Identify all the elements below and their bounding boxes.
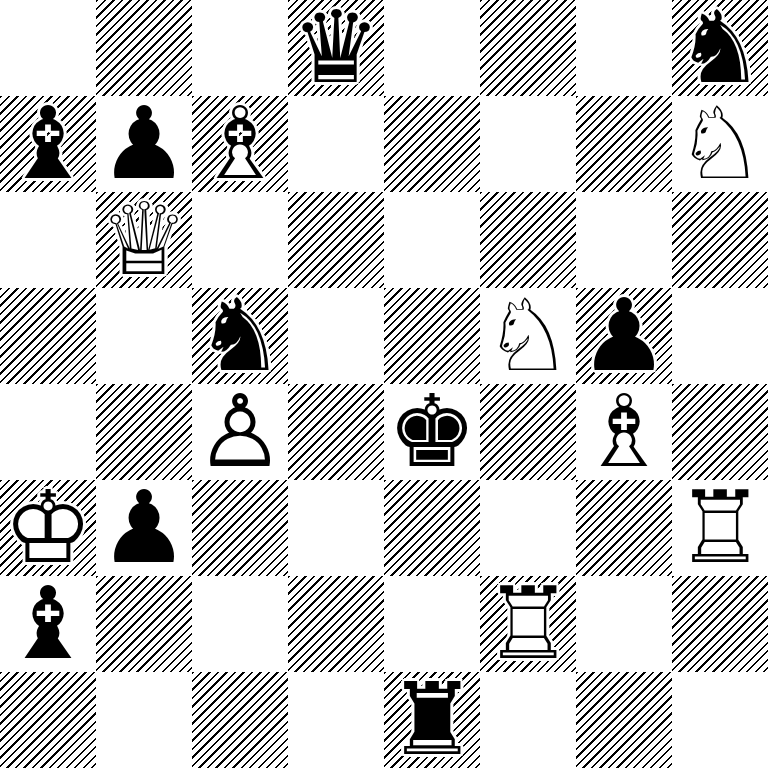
square-a2[interactable]: ♝♝ bbox=[0, 576, 96, 672]
square-d5[interactable] bbox=[288, 288, 384, 384]
square-h7[interactable]: ♞♘ bbox=[672, 96, 768, 192]
square-e6[interactable] bbox=[384, 192, 480, 288]
square-d4[interactable] bbox=[288, 384, 384, 480]
square-f7[interactable] bbox=[480, 96, 576, 192]
square-a3[interactable]: ♚♔ bbox=[0, 480, 96, 576]
square-g8[interactable] bbox=[576, 0, 672, 96]
square-b2[interactable] bbox=[96, 576, 192, 672]
piece-glyph: ♗ bbox=[192, 96, 288, 192]
square-g4[interactable]: ♝♗ bbox=[576, 384, 672, 480]
square-h6[interactable] bbox=[672, 192, 768, 288]
white-rook-icon: ♜♖ bbox=[672, 480, 768, 576]
square-f6[interactable] bbox=[480, 192, 576, 288]
square-c8[interactable] bbox=[192, 0, 288, 96]
piece-glyph: ♝ bbox=[0, 96, 96, 192]
white-rook-icon: ♜♖ bbox=[480, 576, 576, 672]
square-f8[interactable] bbox=[480, 0, 576, 96]
white-knight-icon: ♞♘ bbox=[672, 96, 768, 192]
piece-glyph: ♔ bbox=[0, 480, 96, 576]
square-g2[interactable] bbox=[576, 576, 672, 672]
white-king-icon: ♚♔ bbox=[0, 480, 96, 576]
square-c3[interactable] bbox=[192, 480, 288, 576]
square-b8[interactable] bbox=[96, 0, 192, 96]
piece-glyph: ♘ bbox=[672, 96, 768, 192]
square-d8[interactable]: ♛♛ bbox=[288, 0, 384, 96]
piece-glyph: ♗ bbox=[576, 384, 672, 480]
piece-glyph: ♙ bbox=[192, 384, 288, 480]
square-f2[interactable]: ♜♖ bbox=[480, 576, 576, 672]
square-f3[interactable] bbox=[480, 480, 576, 576]
square-c7[interactable]: ♝♗ bbox=[192, 96, 288, 192]
square-a7[interactable]: ♝♝ bbox=[0, 96, 96, 192]
black-queen-icon: ♛♛ bbox=[288, 0, 384, 96]
square-d7[interactable] bbox=[288, 96, 384, 192]
square-b4[interactable] bbox=[96, 384, 192, 480]
black-pawn-icon: ♟♟ bbox=[576, 288, 672, 384]
square-b6[interactable]: ♛♕ bbox=[96, 192, 192, 288]
black-pawn-icon: ♟♟ bbox=[96, 480, 192, 576]
square-c2[interactable] bbox=[192, 576, 288, 672]
square-f1[interactable] bbox=[480, 672, 576, 768]
square-e8[interactable] bbox=[384, 0, 480, 96]
square-h4[interactable] bbox=[672, 384, 768, 480]
piece-glyph: ♖ bbox=[672, 480, 768, 576]
white-pawn-icon: ♟♙ bbox=[192, 384, 288, 480]
square-a5[interactable] bbox=[0, 288, 96, 384]
square-f4[interactable] bbox=[480, 384, 576, 480]
square-c1[interactable] bbox=[192, 672, 288, 768]
piece-glyph: ♟ bbox=[96, 96, 192, 192]
square-h2[interactable] bbox=[672, 576, 768, 672]
square-b7[interactable]: ♟♟ bbox=[96, 96, 192, 192]
square-d3[interactable] bbox=[288, 480, 384, 576]
square-b3[interactable]: ♟♟ bbox=[96, 480, 192, 576]
square-d1[interactable] bbox=[288, 672, 384, 768]
square-d2[interactable] bbox=[288, 576, 384, 672]
square-e2[interactable] bbox=[384, 576, 480, 672]
square-d6[interactable] bbox=[288, 192, 384, 288]
square-b1[interactable] bbox=[96, 672, 192, 768]
black-pawn-icon: ♟♟ bbox=[96, 96, 192, 192]
square-c4[interactable]: ♟♙ bbox=[192, 384, 288, 480]
square-c6[interactable] bbox=[192, 192, 288, 288]
square-a4[interactable] bbox=[0, 384, 96, 480]
square-g6[interactable] bbox=[576, 192, 672, 288]
black-bishop-icon: ♝♝ bbox=[0, 576, 96, 672]
white-bishop-icon: ♝♗ bbox=[576, 384, 672, 480]
white-knight-icon: ♞♘ bbox=[480, 288, 576, 384]
piece-glyph: ♝ bbox=[0, 576, 96, 672]
piece-glyph: ♖ bbox=[480, 576, 576, 672]
chessboard: ♛♛♞♞♝♝♟♟♝♗♞♘♛♕♞♞♞♘♟♟♟♙♚♚♝♗♚♔♟♟♜♖♝♝♜♖♜♜ bbox=[0, 0, 768, 768]
black-bishop-icon: ♝♝ bbox=[0, 96, 96, 192]
black-knight-icon: ♞♞ bbox=[672, 0, 768, 96]
square-a6[interactable] bbox=[0, 192, 96, 288]
square-e5[interactable] bbox=[384, 288, 480, 384]
square-g7[interactable] bbox=[576, 96, 672, 192]
black-rook-icon: ♜♜ bbox=[384, 672, 480, 768]
black-king-icon: ♚♚ bbox=[384, 384, 480, 480]
square-a1[interactable] bbox=[0, 672, 96, 768]
piece-glyph: ♞ bbox=[672, 0, 768, 96]
white-bishop-icon: ♝♗ bbox=[192, 96, 288, 192]
square-g3[interactable] bbox=[576, 480, 672, 576]
square-h1[interactable] bbox=[672, 672, 768, 768]
white-queen-icon: ♛♕ bbox=[96, 192, 192, 288]
square-h8[interactable]: ♞♞ bbox=[672, 0, 768, 96]
square-e3[interactable] bbox=[384, 480, 480, 576]
piece-glyph: ♚ bbox=[384, 384, 480, 480]
piece-glyph: ♕ bbox=[96, 192, 192, 288]
square-e7[interactable] bbox=[384, 96, 480, 192]
square-c5[interactable]: ♞♞ bbox=[192, 288, 288, 384]
square-f5[interactable]: ♞♘ bbox=[480, 288, 576, 384]
square-g1[interactable] bbox=[576, 672, 672, 768]
piece-glyph: ♜ bbox=[384, 672, 480, 768]
square-g5[interactable]: ♟♟ bbox=[576, 288, 672, 384]
square-e1[interactable]: ♜♜ bbox=[384, 672, 480, 768]
piece-glyph: ♟ bbox=[96, 480, 192, 576]
piece-glyph: ♘ bbox=[480, 288, 576, 384]
square-b5[interactable] bbox=[96, 288, 192, 384]
square-e4[interactable]: ♚♚ bbox=[384, 384, 480, 480]
square-h5[interactable] bbox=[672, 288, 768, 384]
square-a8[interactable] bbox=[0, 0, 96, 96]
square-h3[interactable]: ♜♖ bbox=[672, 480, 768, 576]
piece-glyph: ♛ bbox=[288, 0, 384, 96]
piece-glyph: ♟ bbox=[576, 288, 672, 384]
piece-glyph: ♞ bbox=[192, 288, 288, 384]
black-knight-icon: ♞♞ bbox=[192, 288, 288, 384]
